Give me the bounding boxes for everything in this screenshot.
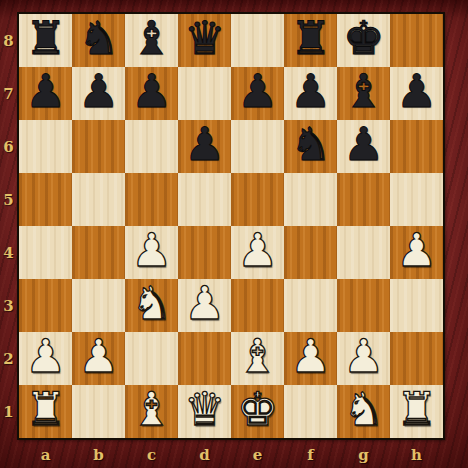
piece-white-bishop-c1[interactable]: ♝ bbox=[131, 383, 172, 436]
rank-label-2: 2 bbox=[0, 332, 17, 385]
square-a2[interactable]: ♟ bbox=[19, 332, 72, 385]
square-h3[interactable] bbox=[390, 279, 443, 332]
square-e5[interactable] bbox=[231, 173, 284, 226]
piece-black-pawn-b7[interactable]: ♟ bbox=[78, 65, 119, 118]
square-h5[interactable] bbox=[390, 173, 443, 226]
square-b2[interactable]: ♟ bbox=[72, 332, 125, 385]
piece-black-pawn-a7[interactable]: ♟ bbox=[25, 65, 66, 118]
file-label-f: f bbox=[284, 445, 337, 465]
square-h8[interactable] bbox=[390, 14, 443, 67]
square-b1[interactable] bbox=[72, 385, 125, 438]
square-g8[interactable]: ♚ bbox=[337, 14, 390, 67]
square-g3[interactable] bbox=[337, 279, 390, 332]
piece-white-pawn-a2[interactable]: ♟ bbox=[25, 330, 66, 383]
piece-black-queen-d8[interactable]: ♛ bbox=[184, 12, 225, 65]
square-g2[interactable]: ♟ bbox=[337, 332, 390, 385]
square-h2[interactable] bbox=[390, 332, 443, 385]
square-c4[interactable]: ♟ bbox=[125, 226, 178, 279]
piece-black-pawn-c7[interactable]: ♟ bbox=[131, 65, 172, 118]
rank-label-8: 8 bbox=[0, 14, 17, 67]
piece-white-queen-d1[interactable]: ♛ bbox=[184, 383, 225, 436]
square-a4[interactable] bbox=[19, 226, 72, 279]
piece-white-pawn-d3[interactable]: ♟ bbox=[184, 277, 225, 330]
square-b5[interactable] bbox=[72, 173, 125, 226]
square-d8[interactable]: ♛ bbox=[178, 14, 231, 67]
square-f7[interactable]: ♟ bbox=[284, 67, 337, 120]
piece-white-knight-c3[interactable]: ♞ bbox=[131, 277, 172, 330]
piece-black-bishop-c8[interactable]: ♝ bbox=[131, 12, 172, 65]
square-h7[interactable]: ♟ bbox=[390, 67, 443, 120]
square-a6[interactable] bbox=[19, 120, 72, 173]
square-d2[interactable] bbox=[178, 332, 231, 385]
rank-label-1: 1 bbox=[0, 385, 17, 438]
piece-black-king-g8[interactable]: ♚ bbox=[343, 12, 384, 65]
file-label-a: a bbox=[19, 445, 72, 465]
square-d1[interactable]: ♛ bbox=[178, 385, 231, 438]
piece-black-knight-f6[interactable]: ♞ bbox=[290, 118, 331, 171]
square-d4[interactable] bbox=[178, 226, 231, 279]
square-h4[interactable]: ♟ bbox=[390, 226, 443, 279]
piece-black-rook-f8[interactable]: ♜ bbox=[290, 12, 331, 65]
piece-black-bishop-g7[interactable]: ♝ bbox=[343, 65, 384, 118]
square-c8[interactable]: ♝ bbox=[125, 14, 178, 67]
piece-black-pawn-d6[interactable]: ♟ bbox=[184, 118, 225, 171]
square-e6[interactable] bbox=[231, 120, 284, 173]
rank-label-4: 4 bbox=[0, 226, 17, 279]
square-g7[interactable]: ♝ bbox=[337, 67, 390, 120]
piece-white-pawn-h4[interactable]: ♟ bbox=[396, 224, 437, 277]
square-d3[interactable]: ♟ bbox=[178, 279, 231, 332]
square-c1[interactable]: ♝ bbox=[125, 385, 178, 438]
square-g5[interactable] bbox=[337, 173, 390, 226]
rank-label-3: 3 bbox=[0, 279, 17, 332]
square-g6[interactable]: ♟ bbox=[337, 120, 390, 173]
square-a7[interactable]: ♟ bbox=[19, 67, 72, 120]
square-e1[interactable]: ♚ bbox=[231, 385, 284, 438]
square-h1[interactable]: ♜ bbox=[390, 385, 443, 438]
file-label-e: e bbox=[231, 445, 284, 465]
file-label-h: h bbox=[390, 445, 443, 465]
square-c5[interactable] bbox=[125, 173, 178, 226]
square-f1[interactable] bbox=[284, 385, 337, 438]
rank-label-7: 7 bbox=[0, 67, 17, 120]
square-h6[interactable] bbox=[390, 120, 443, 173]
square-f2[interactable]: ♟ bbox=[284, 332, 337, 385]
piece-white-pawn-b2[interactable]: ♟ bbox=[78, 330, 119, 383]
rank-label-5: 5 bbox=[0, 173, 17, 226]
piece-white-knight-g1[interactable]: ♞ bbox=[343, 383, 384, 436]
piece-white-rook-h1[interactable]: ♜ bbox=[396, 383, 437, 436]
square-f5[interactable] bbox=[284, 173, 337, 226]
chess-diagram: ♜♞♝♛♜♚♟♟♟♟♟♝♟♟♞♟♟♟♟♞♟♟♟♝♟♟♜♝♛♚♞♜ 8765432… bbox=[0, 0, 468, 468]
rank-label-6: 6 bbox=[0, 120, 17, 173]
file-label-d: d bbox=[178, 445, 231, 465]
square-a3[interactable] bbox=[19, 279, 72, 332]
square-d6[interactable]: ♟ bbox=[178, 120, 231, 173]
piece-white-rook-a1[interactable]: ♜ bbox=[25, 383, 66, 436]
square-a8[interactable]: ♜ bbox=[19, 14, 72, 67]
piece-black-pawn-e7[interactable]: ♟ bbox=[237, 65, 278, 118]
square-b3[interactable] bbox=[72, 279, 125, 332]
square-b6[interactable] bbox=[72, 120, 125, 173]
file-label-c: c bbox=[125, 445, 178, 465]
file-label-b: b bbox=[72, 445, 125, 465]
square-d5[interactable] bbox=[178, 173, 231, 226]
chess-board: ♜♞♝♛♜♚♟♟♟♟♟♝♟♟♞♟♟♟♟♞♟♟♟♝♟♟♜♝♛♚♞♜ bbox=[17, 12, 445, 440]
square-g4[interactable] bbox=[337, 226, 390, 279]
square-f8[interactable]: ♜ bbox=[284, 14, 337, 67]
square-e3[interactable] bbox=[231, 279, 284, 332]
piece-white-pawn-g2[interactable]: ♟ bbox=[343, 330, 384, 383]
piece-white-king-e1[interactable]: ♚ bbox=[237, 383, 278, 436]
piece-black-pawn-g6[interactable]: ♟ bbox=[343, 118, 384, 171]
square-c6[interactable] bbox=[125, 120, 178, 173]
piece-white-pawn-c4[interactable]: ♟ bbox=[131, 224, 172, 277]
square-c3[interactable]: ♞ bbox=[125, 279, 178, 332]
piece-black-rook-a8[interactable]: ♜ bbox=[25, 12, 66, 65]
square-f6[interactable]: ♞ bbox=[284, 120, 337, 173]
square-b8[interactable]: ♞ bbox=[72, 14, 125, 67]
piece-white-pawn-f2[interactable]: ♟ bbox=[290, 330, 331, 383]
square-b7[interactable]: ♟ bbox=[72, 67, 125, 120]
square-e7[interactable]: ♟ bbox=[231, 67, 284, 120]
piece-black-pawn-f7[interactable]: ♟ bbox=[290, 65, 331, 118]
square-f3[interactable] bbox=[284, 279, 337, 332]
square-g1[interactable]: ♞ bbox=[337, 385, 390, 438]
square-e8[interactable] bbox=[231, 14, 284, 67]
square-a5[interactable] bbox=[19, 173, 72, 226]
square-f4[interactable] bbox=[284, 226, 337, 279]
square-a1[interactable]: ♜ bbox=[19, 385, 72, 438]
piece-black-pawn-h7[interactable]: ♟ bbox=[396, 65, 437, 118]
square-e4[interactable]: ♟ bbox=[231, 226, 284, 279]
square-e2[interactable]: ♝ bbox=[231, 332, 284, 385]
square-c2[interactable] bbox=[125, 332, 178, 385]
piece-white-pawn-e4[interactable]: ♟ bbox=[237, 224, 278, 277]
square-c7[interactable]: ♟ bbox=[125, 67, 178, 120]
piece-white-bishop-e2[interactable]: ♝ bbox=[237, 330, 278, 383]
square-d7[interactable] bbox=[178, 67, 231, 120]
file-label-g: g bbox=[337, 445, 390, 465]
square-b4[interactable] bbox=[72, 226, 125, 279]
piece-black-knight-b8[interactable]: ♞ bbox=[78, 12, 119, 65]
